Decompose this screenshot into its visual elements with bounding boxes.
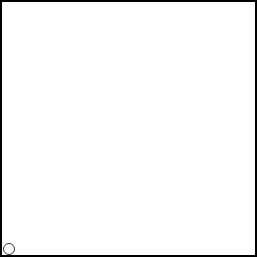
file-labels bbox=[15, 242, 255, 255]
rank-labels bbox=[2, 2, 15, 242]
chess-diagram bbox=[0, 0, 257, 257]
side-to-move-corner bbox=[2, 242, 15, 255]
chess-board bbox=[15, 2, 255, 242]
white-to-move-indicator bbox=[3, 243, 15, 255]
